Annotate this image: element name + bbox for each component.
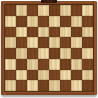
board-square[interactable]	[49, 70, 60, 81]
board-square[interactable]	[71, 48, 82, 59]
board-square[interactable]	[38, 27, 49, 38]
board-square[interactable]	[82, 16, 93, 27]
board-square[interactable]	[38, 80, 49, 91]
board-square[interactable]	[71, 27, 82, 38]
board-square[interactable]	[27, 5, 38, 16]
board-square[interactable]	[16, 37, 27, 48]
chessboard-grid	[5, 5, 93, 91]
board-square[interactable]	[16, 80, 27, 91]
board-square[interactable]	[38, 16, 49, 27]
board-square[interactable]	[5, 37, 16, 48]
hinge	[41, 0, 57, 3]
board-square[interactable]	[71, 80, 82, 91]
board-square[interactable]	[16, 27, 27, 38]
board-square[interactable]	[16, 5, 27, 16]
board-square[interactable]	[82, 37, 93, 48]
chessboard-frame	[1, 1, 97, 95]
board-square[interactable]	[38, 48, 49, 59]
board-square[interactable]	[49, 80, 60, 91]
board-square[interactable]	[5, 48, 16, 59]
board-square[interactable]	[49, 16, 60, 27]
board-square[interactable]	[82, 59, 93, 70]
board-square[interactable]	[71, 16, 82, 27]
board-square[interactable]	[27, 80, 38, 91]
board-square[interactable]	[16, 48, 27, 59]
board-square[interactable]	[60, 16, 71, 27]
board-square[interactable]	[82, 27, 93, 38]
board-square[interactable]	[71, 37, 82, 48]
board-square[interactable]	[82, 5, 93, 16]
chessboard-photo	[0, 0, 98, 98]
board-square[interactable]	[49, 37, 60, 48]
board-square[interactable]	[60, 27, 71, 38]
board-square[interactable]	[71, 70, 82, 81]
board-square[interactable]	[27, 48, 38, 59]
board-square[interactable]	[38, 5, 49, 16]
board-square[interactable]	[49, 48, 60, 59]
board-square[interactable]	[60, 37, 71, 48]
board-square[interactable]	[82, 70, 93, 81]
board-square[interactable]	[38, 37, 49, 48]
board-square[interactable]	[5, 5, 16, 16]
board-square[interactable]	[5, 59, 16, 70]
board-square[interactable]	[71, 59, 82, 70]
board-square[interactable]	[60, 70, 71, 81]
board-square[interactable]	[27, 59, 38, 70]
board-square[interactable]	[49, 5, 60, 16]
board-square[interactable]	[5, 27, 16, 38]
board-square[interactable]	[5, 70, 16, 81]
board-square[interactable]	[60, 5, 71, 16]
board-square[interactable]	[71, 5, 82, 16]
board-square[interactable]	[49, 27, 60, 38]
board-square[interactable]	[60, 80, 71, 91]
board-square[interactable]	[27, 27, 38, 38]
board-square[interactable]	[82, 48, 93, 59]
board-square[interactable]	[60, 48, 71, 59]
board-square[interactable]	[49, 59, 60, 70]
board-square[interactable]	[5, 80, 16, 91]
board-square[interactable]	[16, 16, 27, 27]
board-square[interactable]	[27, 16, 38, 27]
board-square[interactable]	[16, 70, 27, 81]
board-square[interactable]	[38, 70, 49, 81]
board-square[interactable]	[82, 80, 93, 91]
board-square[interactable]	[16, 59, 27, 70]
board-square[interactable]	[5, 16, 16, 27]
board-square[interactable]	[27, 37, 38, 48]
board-square[interactable]	[60, 59, 71, 70]
board-square[interactable]	[27, 70, 38, 81]
board-square[interactable]	[38, 59, 49, 70]
